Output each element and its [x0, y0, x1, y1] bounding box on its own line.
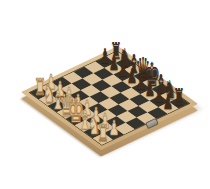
piece-black-rook: ♜	[173, 85, 185, 108]
piece-white-pawn: ♟	[108, 118, 118, 139]
piece-white-rook: ♜	[97, 121, 109, 144]
piece-black-pawn: ♟	[163, 92, 173, 113]
pieces-layer: ♜♞♝♛♚♝♞♜♟♟♟♟♟♟♟♟♟♟♟♟♟♟♟♟♜♞♝♛♚♝♞♜	[0, 0, 210, 189]
chess-set-photo: ♜♞♝♛♚♝♞♜♟♟♟♟♟♟♟♟♟♟♟♟♟♟♟♟♜♞♝♛♚♝♞♜	[0, 0, 210, 189]
